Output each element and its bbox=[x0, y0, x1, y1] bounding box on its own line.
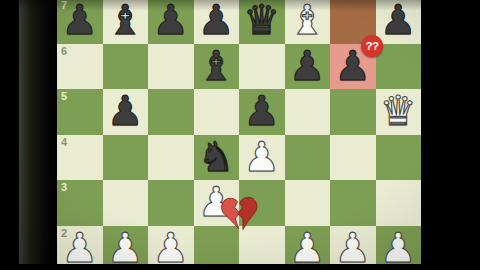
square-e6[interactable] bbox=[239, 44, 285, 90]
rank-label-4: 4 bbox=[61, 137, 67, 148]
board-left-shadow-edge bbox=[19, 0, 57, 270]
square-g4[interactable] bbox=[330, 135, 376, 181]
piece-black-pawn-d7[interactable]: ♟ bbox=[198, 0, 235, 43]
blunder-badge: ?? bbox=[361, 35, 383, 57]
square-h3[interactable] bbox=[376, 180, 422, 226]
square-a6[interactable]: 6 bbox=[57, 44, 103, 90]
piece-black-bishop-d6[interactable]: ♝ bbox=[198, 44, 235, 89]
square-a4[interactable]: 4 bbox=[57, 135, 103, 181]
piece-black-pawn-f6[interactable]: ♟ bbox=[289, 44, 326, 89]
square-d6[interactable]: ♝ bbox=[194, 44, 240, 90]
letterbox-bar-left bbox=[0, 0, 19, 270]
video-frame: 7♟♝♟♟♛♝♟6♝♟♟5♟♟♛4♞♟3♟2♟♟♟♟♟♟ ?? bbox=[0, 0, 480, 270]
square-f3[interactable] bbox=[285, 180, 331, 226]
square-d4[interactable]: ♞ bbox=[194, 135, 240, 181]
piece-black-knight-d4[interactable]: ♞ bbox=[198, 135, 235, 180]
piece-white-bishop-f7[interactable]: ♝ bbox=[289, 0, 326, 43]
rank-label-2: 2 bbox=[61, 228, 67, 239]
piece-black-pawn-b5[interactable]: ♟ bbox=[107, 89, 144, 134]
piece-black-pawn-c7[interactable]: ♟ bbox=[152, 0, 189, 43]
square-a3[interactable]: 3 bbox=[57, 180, 103, 226]
square-e5[interactable]: ♟ bbox=[239, 89, 285, 135]
square-h5[interactable]: ♛ bbox=[376, 89, 422, 135]
square-c5[interactable] bbox=[148, 89, 194, 135]
square-h4[interactable] bbox=[376, 135, 422, 181]
square-h7[interactable]: ♟ bbox=[376, 0, 422, 44]
square-h6[interactable] bbox=[376, 44, 422, 90]
letterbox-bar-bottom bbox=[0, 264, 480, 270]
square-g5[interactable] bbox=[330, 89, 376, 135]
square-e4[interactable]: ♟ bbox=[239, 135, 285, 181]
square-f5[interactable] bbox=[285, 89, 331, 135]
broken-heart-icon bbox=[218, 193, 261, 234]
square-f7[interactable]: ♝ bbox=[285, 0, 331, 44]
piece-white-queen-h5[interactable]: ♛ bbox=[380, 89, 417, 134]
square-c4[interactable] bbox=[148, 135, 194, 181]
square-d5[interactable] bbox=[194, 89, 240, 135]
square-b5[interactable]: ♟ bbox=[103, 89, 149, 135]
square-b4[interactable] bbox=[103, 135, 149, 181]
piece-black-pawn-h7[interactable]: ♟ bbox=[380, 0, 417, 43]
piece-black-pawn-e5[interactable]: ♟ bbox=[243, 89, 280, 134]
square-a7[interactable]: 7♟ bbox=[57, 0, 103, 44]
rank-label-5: 5 bbox=[61, 91, 67, 102]
square-a5[interactable]: 5 bbox=[57, 89, 103, 135]
square-c3[interactable] bbox=[148, 180, 194, 226]
letterbox-bar-right bbox=[421, 0, 480, 270]
piece-black-bishop-b7[interactable]: ♝ bbox=[107, 0, 144, 43]
square-d7[interactable]: ♟ bbox=[194, 0, 240, 44]
square-c6[interactable] bbox=[148, 44, 194, 90]
square-f4[interactable] bbox=[285, 135, 331, 181]
rank-label-6: 6 bbox=[61, 46, 67, 57]
piece-white-pawn-e4[interactable]: ♟ bbox=[243, 135, 280, 180]
square-c7[interactable]: ♟ bbox=[148, 0, 194, 44]
square-b7[interactable]: ♝ bbox=[103, 0, 149, 44]
rank-label-3: 3 bbox=[61, 182, 67, 193]
rank-label-7: 7 bbox=[61, 0, 67, 11]
piece-black-queen-e7[interactable]: ♛ bbox=[243, 0, 280, 43]
square-g3[interactable] bbox=[330, 180, 376, 226]
square-b6[interactable] bbox=[103, 44, 149, 90]
blunder-badge-label: ?? bbox=[365, 40, 378, 52]
square-b3[interactable] bbox=[103, 180, 149, 226]
square-e7[interactable]: ♛ bbox=[239, 0, 285, 44]
square-f6[interactable]: ♟ bbox=[285, 44, 331, 90]
